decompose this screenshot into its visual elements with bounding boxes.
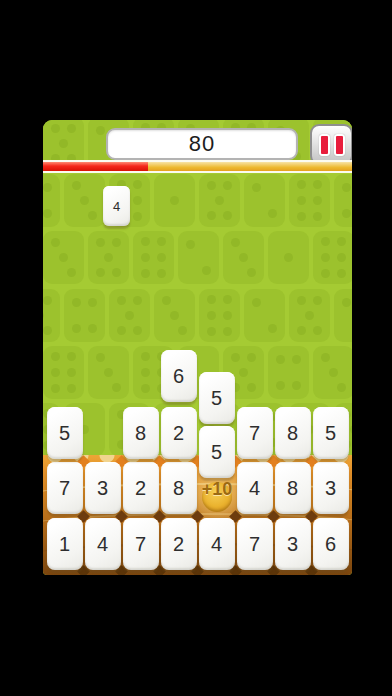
domino-dot [186,240,195,249]
tile-r1-c2[interactable]: 4 [85,518,121,570]
domino-dot [337,269,346,278]
domino-pattern-tile [178,120,219,170]
domino-dot [305,311,314,320]
domino-pattern-tile [133,231,174,284]
domino-dot [215,196,224,205]
domino-pattern-tile [133,120,174,170]
domino-dot [112,238,121,247]
domino-dot [43,296,52,305]
domino-dot [284,253,293,262]
domino-pattern-tile [64,289,105,342]
domino-dot [43,326,52,335]
tile-r2-c1[interactable]: 7 [47,462,83,514]
domino-pattern-tile [244,174,285,227]
domino-dot [313,326,322,335]
domino-pattern-tile [43,231,84,284]
domino-dot [268,324,277,333]
tile-r1-c3[interactable]: 7 [123,518,159,570]
domino-dot [202,154,211,163]
domino-dot [51,124,60,133]
domino-dot [313,180,322,189]
domino-dot [247,383,256,392]
domino-dot [96,353,105,362]
domino-dot [125,311,134,320]
domino-dot [117,296,126,305]
domino-dot [67,352,76,361]
domino-dot [178,326,187,335]
domino-pattern-tile [88,346,129,399]
domino-dot [43,311,44,320]
domino-dot [313,196,322,205]
domino-dot [223,327,232,336]
domino-dot [141,253,150,262]
domino-dot [321,253,330,262]
domino-pattern-tile [109,289,150,342]
domino-dot [231,238,240,247]
domino-pattern-tile [334,174,352,227]
tile-r2-c6[interactable]: 4 [237,462,273,514]
domino-dot [96,238,105,247]
domino-dot [207,327,216,336]
domino-dot [313,212,322,221]
domino-dot [141,123,150,132]
domino-pattern-tile [313,231,352,284]
domino-dot [337,383,346,392]
domino-dot [223,311,232,320]
domino-pattern-tile [199,289,240,342]
tile-r3-c1[interactable]: 5 [47,407,83,459]
domino-dot [51,384,60,393]
domino-dot [231,155,240,164]
domino-dot [207,181,216,190]
domino-dot [51,368,60,377]
domino-dot [321,269,330,278]
domino-dot [231,139,240,148]
tile-r4-c4[interactable]: 6 [161,350,197,402]
domino-dot [247,139,256,148]
pause-button[interactable] [310,124,352,165]
domino-dot [297,326,306,335]
domino-dot [194,139,203,148]
domino-dot [170,311,179,320]
domino-dot [276,126,285,135]
domino-pattern-tile [334,289,352,342]
domino-pattern-tile [289,174,330,227]
domino-pattern-tile [268,346,309,399]
domino-dot [67,268,76,277]
domino-dot [157,139,166,148]
domino-dot [207,295,216,304]
domino-pattern-tile [199,174,240,227]
domino-pattern-tile [313,346,352,399]
domino-dot [342,298,351,307]
domino-dot [207,311,216,320]
domino-dot [329,368,338,377]
domino-dot [252,298,261,307]
domino-dot [223,211,232,220]
domino-dot [297,296,306,305]
domino-dot [141,237,150,246]
tile-r1-c5[interactable]: 4 [199,518,235,570]
domino-dot [104,368,113,377]
domino-dot [170,196,179,205]
tile-r2-c8[interactable]: 3 [313,462,349,514]
domino-dot [80,196,89,205]
falling-tile-c5-lower: 5 [199,426,235,478]
domino-dot [337,237,346,246]
domino-dot [133,212,142,221]
tile-r1-c6[interactable]: 7 [237,518,273,570]
tile-r3-c3[interactable]: 8 [123,407,159,459]
domino-dot [117,326,126,335]
domino-dot [141,384,150,393]
tile-r2-c2[interactable]: 3 [85,462,121,514]
tile-r3-c7[interactable]: 8 [275,407,311,459]
domino-dot [51,238,60,247]
domino-pattern-tile [88,120,129,170]
domino-dot [321,237,330,246]
tile-r1-c7[interactable]: 3 [275,518,311,570]
domino-dot [297,196,306,205]
domino-dot [157,269,166,278]
tile-r3-c8[interactable]: 5 [313,407,349,459]
domino-dot [342,183,351,192]
domino-dot [202,266,211,275]
domino-dot [231,353,240,362]
domino-pattern-tile [223,231,264,284]
domino-dot [141,352,150,361]
domino-dot [88,324,97,333]
tile-r2-c7[interactable]: 8 [275,462,311,514]
domino-dot [252,183,261,192]
domino-dot [96,126,105,135]
spawn-tile: 4 [103,186,130,226]
domino-dot [133,196,142,205]
domino-dot [247,353,256,362]
domino-dot [342,209,351,218]
domino-dot [133,326,142,335]
tile-r1-c1[interactable]: 1 [47,518,83,570]
domino-pattern-tile [268,120,309,170]
domino-dot [157,155,166,164]
domino-dot [157,237,166,246]
domino-dot [67,154,76,163]
domino-dot [313,296,322,305]
tile-r3-c4[interactable]: 2 [161,407,197,459]
domino-dot [88,298,97,307]
domino-dot [72,298,81,307]
domino-dot [96,268,105,277]
domino-pattern-tile [43,346,84,399]
domino-dot [72,181,81,190]
domino-pattern-tile [268,231,309,284]
domino-dot [231,123,240,132]
tile-r3-c6[interactable]: 7 [237,407,273,459]
domino-dot [247,268,256,277]
domino-dot [67,384,76,393]
domino-dot [59,139,68,148]
domino-dot [207,211,216,220]
domino-dot [67,368,76,377]
domino-dot [186,124,195,133]
domino-dot [247,155,256,164]
domino-dot [223,295,232,304]
domino-dot [88,211,97,220]
domino-dot [268,209,277,218]
domino-dot [239,368,248,377]
domino-pattern-tile [43,120,84,170]
domino-dot [72,324,81,333]
domino-dot [112,383,121,392]
domino-dot [133,296,142,305]
tile-r2-c4[interactable]: 8 [161,462,197,514]
domino-dot [292,152,301,161]
domino-dot [67,124,76,133]
domino-dot [141,269,150,278]
pause-icon [319,134,330,156]
domino-dot [43,183,52,192]
tile-r1-c4[interactable]: 2 [161,518,197,570]
domino-dot [141,155,150,164]
domino-dot [157,123,166,132]
domino-dot [133,180,142,189]
domino-dot [297,212,306,221]
domino-pattern-tile [154,174,195,227]
domino-pattern-tile [88,231,129,284]
domino-dot [162,296,171,305]
game-area[interactable]: +10 1 4 7 2 4 7 3 6 7 3 2 8 4 8 3 5 8 2 … [43,120,352,575]
domino-pattern-tile [223,120,264,170]
domino-pattern-tile [178,231,219,284]
domino-dot [321,353,330,362]
domino-dot [51,352,60,361]
domino-dot [157,253,166,262]
screen: +10 1 4 7 2 4 7 3 6 7 3 2 8 4 8 3 5 8 2 … [0,0,392,696]
domino-dot [141,368,150,377]
domino-dot [337,253,346,262]
domino-dot [223,181,232,190]
domino-dot [112,152,121,161]
domino-dot [292,355,301,364]
domino-pattern-tile [43,289,60,342]
domino-dot [239,253,248,262]
domino-dot [141,139,150,148]
domino-dot [51,154,60,163]
domino-dot [276,355,285,364]
domino-dot [297,180,306,189]
domino-dot [104,253,113,262]
domino-dot [112,268,121,277]
tile-r2-c3[interactable]: 2 [123,462,159,514]
domino-pattern-tile [154,289,195,342]
domino-dot [247,123,256,132]
domino-pattern-tile [244,289,285,342]
domino-dot [59,253,68,262]
tile-r1-c8[interactable]: 6 [313,518,349,570]
domino-pattern-tile [64,174,105,227]
domino-dot [350,425,352,434]
domino-pattern-tile [43,174,60,227]
domino-pattern-tile [289,289,330,342]
pause-icon [334,134,345,156]
domino-dot [276,381,285,390]
domino-dot [43,209,52,218]
domino-dot [292,381,301,390]
falling-tile-c5-upper: 5 [199,372,235,424]
